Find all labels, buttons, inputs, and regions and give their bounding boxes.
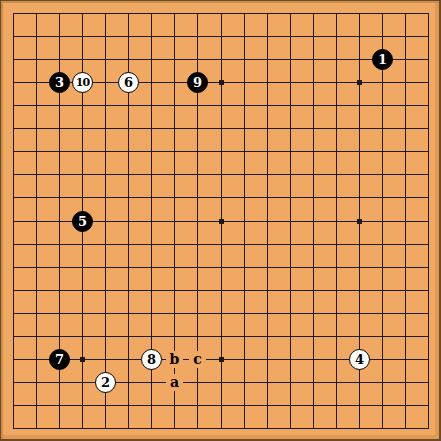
white-stone-2[interactable]: 2 (95, 372, 116, 393)
star-point (219, 80, 224, 85)
white-stone-4[interactable]: 4 (349, 349, 370, 370)
white-stone-8[interactable]: 8 (141, 349, 162, 370)
black-stone-9[interactable]: 9 (187, 72, 208, 93)
star-point (219, 357, 224, 362)
white-stone-6[interactable]: 6 (118, 72, 139, 93)
white-stone-10[interactable]: 10 (72, 72, 93, 93)
go-board[interactable]: abc 12345678910 (0, 0, 441, 441)
star-point (357, 219, 362, 224)
star-point (80, 357, 85, 362)
point-label-a[interactable]: a (166, 374, 183, 391)
point-label-b[interactable]: b (166, 351, 183, 368)
black-stone-5[interactable]: 5 (72, 211, 93, 232)
star-point (219, 219, 224, 224)
black-stone-3[interactable]: 3 (49, 72, 70, 93)
black-stone-1[interactable]: 1 (372, 49, 393, 70)
black-stone-7[interactable]: 7 (49, 349, 70, 370)
point-label-c[interactable]: c (189, 351, 206, 368)
star-point (357, 80, 362, 85)
